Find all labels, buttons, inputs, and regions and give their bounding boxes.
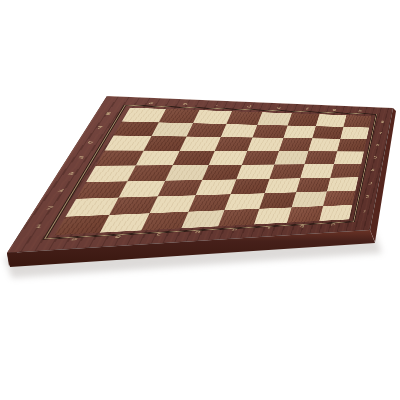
square-g5 (304, 151, 336, 164)
square-d4 (202, 165, 242, 180)
square-h4 (330, 164, 361, 178)
square-g7 (312, 126, 343, 139)
square-g3 (296, 178, 330, 193)
square-d1 (181, 210, 225, 228)
square-f3 (264, 178, 300, 193)
square-h2 (323, 191, 356, 206)
product-photo-scene: abcdefgh abcdefgh 87654321 87654321 (0, 0, 400, 400)
square-f8 (287, 113, 319, 126)
square-g2 (292, 191, 327, 207)
square-h5 (334, 151, 364, 164)
square-f1 (254, 207, 292, 224)
square-e3 (231, 179, 270, 195)
square-e5 (242, 151, 279, 165)
square-f7 (283, 125, 316, 138)
square-h3 (326, 177, 358, 191)
square-g8 (316, 114, 346, 127)
square-b7 (151, 122, 193, 136)
square-d8 (226, 111, 262, 124)
square-e6 (247, 137, 283, 150)
square-c5 (173, 151, 215, 166)
square-h7 (340, 127, 369, 139)
square-g1 (287, 206, 323, 223)
square-h6 (337, 139, 367, 152)
square-d7 (220, 124, 257, 138)
square-h8 (343, 115, 372, 127)
square-e7 (252, 125, 287, 138)
square-f4 (269, 164, 304, 178)
square-e4 (236, 165, 274, 180)
square-f5 (274, 151, 308, 165)
square-g4 (300, 164, 333, 178)
square-b6 (143, 136, 186, 151)
square-g6 (308, 138, 340, 151)
square-f2 (259, 192, 296, 208)
square-f6 (279, 138, 313, 151)
square-h1 (319, 205, 352, 221)
square-e8 (257, 112, 291, 125)
